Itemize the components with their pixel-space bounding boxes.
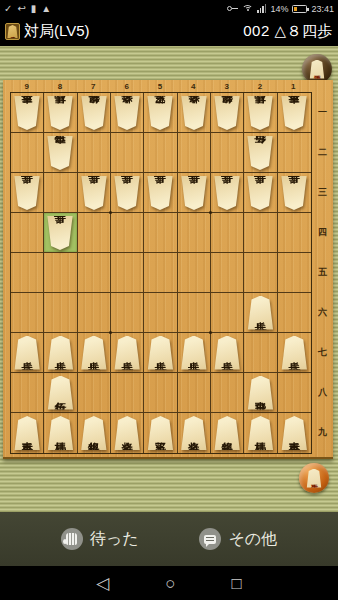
square-9七[interactable]: 歩兵: [11, 333, 44, 373]
square-4二[interactable]: [178, 133, 211, 173]
battery-small-icon: ▮: [31, 4, 37, 14]
square-3九[interactable]: 銀将: [211, 413, 244, 453]
square-2五[interactable]: [244, 253, 277, 293]
square-3六[interactable]: [211, 293, 244, 333]
bottom-toolbar: 待った その他: [0, 512, 338, 566]
square-8三[interactable]: [44, 173, 77, 213]
square-7八[interactable]: [78, 373, 111, 413]
square-4八[interactable]: [178, 373, 211, 413]
sente-piece-桂馬[interactable]: 桂馬: [246, 416, 274, 450]
recents-button[interactable]: □: [232, 575, 242, 592]
rank-label-八: 八: [312, 372, 333, 412]
square-3五[interactable]: [211, 253, 244, 293]
sente-piece-金将[interactable]: 金将: [113, 416, 141, 450]
speech-bubble-icon: [199, 528, 221, 550]
page-title: 対局(LV5): [24, 22, 90, 41]
square-9九[interactable]: 香車: [11, 413, 44, 453]
square-3一[interactable]: 銀将: [211, 93, 244, 133]
gote-piece-歩兵[interactable]: 歩兵: [213, 176, 241, 210]
sente-turn-badge: 先手: [299, 463, 329, 493]
battery-percent: 14%: [270, 4, 288, 14]
sente-piece-香車[interactable]: 香車: [280, 416, 308, 450]
square-9八[interactable]: [11, 373, 44, 413]
file-label-1: 1: [277, 80, 310, 92]
square-2四[interactable]: [244, 213, 277, 253]
gote-piece-金将[interactable]: 金将: [113, 96, 141, 130]
square-3七[interactable]: 歩兵: [211, 333, 244, 373]
sente-piece-歩兵[interactable]: 歩兵: [213, 336, 241, 370]
square-6六[interactable]: [111, 293, 144, 333]
square-8一[interactable]: 桂馬: [44, 93, 77, 133]
star-point: [109, 331, 112, 334]
sente-piece-王将[interactable]: 王将: [146, 416, 174, 450]
rank-label-六: 六: [312, 292, 333, 332]
sente-piece-角行[interactable]: 角行: [46, 376, 74, 410]
rank-labels: 一二三四五六七八九: [312, 92, 333, 452]
file-label-3: 3: [210, 80, 243, 92]
square-8九[interactable]: 桂馬: [44, 413, 77, 453]
square-5三[interactable]: 歩兵: [144, 173, 177, 213]
gote-piece-金将[interactable]: 金将: [180, 96, 208, 130]
gote-piece-銀将[interactable]: 銀将: [213, 96, 241, 130]
square-5八[interactable]: [144, 373, 177, 413]
tatami-background: 後手 987654321 一二三四五六七八九 香車桂馬銀将金将玉将金将銀将桂馬香…: [0, 46, 338, 566]
square-2八[interactable]: 飛車: [244, 373, 277, 413]
square-9五[interactable]: [11, 253, 44, 293]
square-9二[interactable]: [11, 133, 44, 173]
square-2三[interactable]: 歩兵: [244, 173, 277, 213]
file-label-9: 9: [10, 80, 43, 92]
gote-piece-歩兵[interactable]: 歩兵: [180, 176, 208, 210]
square-4四[interactable]: [178, 213, 211, 253]
square-9三[interactable]: 歩兵: [11, 173, 44, 213]
gote-piece-歩兵[interactable]: 歩兵: [46, 216, 74, 250]
sente-piece-歩兵[interactable]: 歩兵: [246, 296, 274, 330]
file-label-7: 7: [77, 80, 110, 92]
square-3三[interactable]: 歩兵: [211, 173, 244, 213]
sente-piece-香車[interactable]: 香車: [13, 416, 41, 450]
wifi-icon: [242, 5, 253, 13]
gote-piece-歩兵[interactable]: 歩兵: [146, 176, 174, 210]
gote-piece-歩兵[interactable]: 歩兵: [280, 176, 308, 210]
key-icon: [227, 6, 238, 11]
android-nav-bar: ◁ ○ □: [0, 566, 338, 600]
square-1五[interactable]: [278, 253, 311, 293]
square-7三[interactable]: 歩兵: [78, 173, 111, 213]
square-7四[interactable]: [78, 213, 111, 253]
star-point: [209, 211, 212, 214]
square-4七[interactable]: 歩兵: [178, 333, 211, 373]
sente-piece-銀将[interactable]: 銀将: [213, 416, 241, 450]
back-button[interactable]: ◁: [96, 575, 109, 592]
gote-piece-玉将[interactable]: 玉将: [146, 96, 174, 130]
square-8五[interactable]: [44, 253, 77, 293]
square-8二[interactable]: 飛車: [44, 133, 77, 173]
square-4一[interactable]: 金将: [178, 93, 211, 133]
square-6三[interactable]: 歩兵: [111, 173, 144, 213]
sente-piece-歩兵[interactable]: 歩兵: [180, 336, 208, 370]
file-label-4: 4: [177, 80, 210, 92]
square-6一[interactable]: 金将: [111, 93, 144, 133]
square-9一[interactable]: 香車: [11, 93, 44, 133]
app-icon: 王将: [5, 23, 20, 40]
clock: 23:41: [311, 4, 334, 14]
square-7一[interactable]: 銀将: [78, 93, 111, 133]
gote-piece-歩兵[interactable]: 歩兵: [80, 176, 108, 210]
rank-label-五: 五: [312, 252, 333, 292]
rank-label-七: 七: [312, 332, 333, 372]
square-8四[interactable]: 歩兵: [44, 213, 77, 253]
square-1九[interactable]: 香車: [278, 413, 311, 453]
square-1七[interactable]: 歩兵: [278, 333, 311, 373]
square-1四[interactable]: [278, 213, 311, 253]
signal-icon: [257, 4, 266, 13]
square-4三[interactable]: 歩兵: [178, 173, 211, 213]
gote-piece-桂馬[interactable]: 桂馬: [46, 96, 74, 130]
move-counter: 002 △８四歩: [243, 22, 333, 41]
shield-check-icon: ✓: [4, 4, 12, 14]
rank-label-九: 九: [312, 412, 333, 452]
square-2七[interactable]: [244, 333, 277, 373]
square-3八[interactable]: [211, 373, 244, 413]
home-button[interactable]: ○: [165, 575, 175, 592]
square-7九[interactable]: 銀将: [78, 413, 111, 453]
square-6二[interactable]: [111, 133, 144, 173]
square-6七[interactable]: 歩兵: [111, 333, 144, 373]
square-6四[interactable]: [111, 213, 144, 253]
star-point: [209, 331, 212, 334]
square-5四[interactable]: [144, 213, 177, 253]
sente-piece-歩兵[interactable]: 歩兵: [46, 336, 74, 370]
cloud-icon: ▲: [41, 4, 51, 14]
square-8六[interactable]: [44, 293, 77, 333]
square-5一[interactable]: 玉将: [144, 93, 177, 133]
square-2一[interactable]: 桂馬: [244, 93, 277, 133]
sente-piece-歩兵[interactable]: 歩兵: [13, 336, 41, 370]
square-1八[interactable]: [278, 373, 311, 413]
sente-piece-桂馬[interactable]: 桂馬: [46, 416, 74, 450]
battery-icon: [292, 5, 307, 13]
square-5九[interactable]: 王将: [144, 413, 177, 453]
square-7六[interactable]: [78, 293, 111, 333]
square-5六[interactable]: [144, 293, 177, 333]
square-5二[interactable]: [144, 133, 177, 173]
square-7五[interactable]: [78, 253, 111, 293]
gote-piece-香車[interactable]: 香車: [280, 96, 308, 130]
gote-piece-歩兵[interactable]: 歩兵: [13, 176, 41, 210]
gote-piece-角行[interactable]: 角行: [246, 136, 274, 170]
shogi-board: 987654321 一二三四五六七八九 香車桂馬銀将金将玉将金将銀将桂馬香車飛車…: [3, 80, 333, 459]
square-3四[interactable]: [211, 213, 244, 253]
reply-icon: ↩: [17, 4, 25, 14]
square-4六[interactable]: [178, 293, 211, 333]
square-1三[interactable]: 歩兵: [278, 173, 311, 213]
undo-button[interactable]: 待った: [61, 528, 139, 550]
file-label-6: 6: [110, 80, 143, 92]
sente-piece-歩兵[interactable]: 歩兵: [80, 336, 108, 370]
file-labels: 987654321: [10, 80, 310, 92]
gote-piece-歩兵[interactable]: 歩兵: [246, 176, 274, 210]
square-5七[interactable]: 歩兵: [144, 333, 177, 373]
gote-piece-歩兵[interactable]: 歩兵: [113, 176, 141, 210]
gote-piece-香車[interactable]: 香車: [13, 96, 41, 130]
square-6九[interactable]: 金将: [111, 413, 144, 453]
hand-icon: [61, 528, 83, 550]
sente-piece-銀将[interactable]: 銀将: [80, 416, 108, 450]
file-label-5: 5: [143, 80, 176, 92]
square-9四[interactable]: [11, 213, 44, 253]
square-3二[interactable]: [211, 133, 244, 173]
rank-label-四: 四: [312, 212, 333, 252]
gote-piece-飛車[interactable]: 飛車: [46, 136, 74, 170]
status-left-icons: ✓ ↩ ▮ ▲: [4, 4, 51, 14]
square-7二[interactable]: [78, 133, 111, 173]
square-4五[interactable]: [178, 253, 211, 293]
sente-piece-飛車[interactable]: 飛車: [246, 376, 274, 410]
square-8七[interactable]: 歩兵: [44, 333, 77, 373]
undo-button-label: 待った: [90, 529, 139, 550]
square-2九[interactable]: 桂馬: [244, 413, 277, 453]
square-2六[interactable]: 歩兵: [244, 293, 277, 333]
square-8八[interactable]: 角行: [44, 373, 77, 413]
status-bar: ✓ ↩ ▮ ▲ 14% 23:41: [0, 0, 338, 17]
square-9六[interactable]: [11, 293, 44, 333]
star-point: [109, 211, 112, 214]
gote-piece-銀将[interactable]: 銀将: [80, 96, 108, 130]
status-right-icons: 14% 23:41: [227, 4, 334, 14]
board-grid[interactable]: 香車桂馬銀将金将玉将金将銀将桂馬香車飛車角行歩兵歩兵歩兵歩兵歩兵歩兵歩兵歩兵歩兵…: [10, 92, 312, 454]
file-label-8: 8: [43, 80, 76, 92]
square-7七[interactable]: 歩兵: [78, 333, 111, 373]
square-1六[interactable]: [278, 293, 311, 333]
other-menu-button[interactable]: その他: [199, 528, 277, 550]
rank-label-二: 二: [312, 132, 333, 172]
file-label-2: 2: [243, 80, 276, 92]
square-6八[interactable]: [111, 373, 144, 413]
rank-label-一: 一: [312, 92, 333, 132]
other-button-label: その他: [228, 529, 277, 550]
square-1一[interactable]: 香車: [278, 93, 311, 133]
title-bar: 王将 対局(LV5) 002 △８四歩: [0, 17, 338, 46]
square-1二[interactable]: [278, 133, 311, 173]
rank-label-三: 三: [312, 172, 333, 212]
square-5五[interactable]: [144, 253, 177, 293]
square-4九[interactable]: 金将: [178, 413, 211, 453]
square-6五[interactable]: [111, 253, 144, 293]
sente-piece-歩兵[interactable]: 歩兵: [146, 336, 174, 370]
sente-piece-歩兵[interactable]: 歩兵: [113, 336, 141, 370]
app-screen: ✓ ↩ ▮ ▲ 14% 23:41 王将 対局(LV5) 002 △８四歩 後手…: [0, 0, 338, 600]
sente-piece-歩兵[interactable]: 歩兵: [280, 336, 308, 370]
square-2二[interactable]: 角行: [244, 133, 277, 173]
gote-piece-桂馬[interactable]: 桂馬: [246, 96, 274, 130]
sente-piece-金将[interactable]: 金将: [180, 416, 208, 450]
